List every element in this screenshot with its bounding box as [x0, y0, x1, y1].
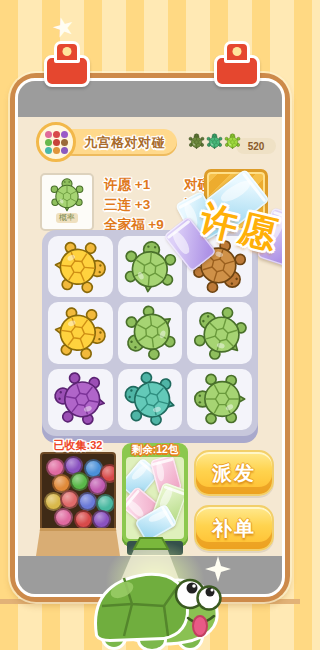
- score-value: 520: [248, 141, 265, 152]
- rule-wish: 许愿 +1: [104, 176, 184, 196]
- mini-grid-icon: [36, 122, 76, 162]
- board-cell-r2c3[interactable]: [187, 302, 252, 363]
- grid-dot: [45, 131, 52, 138]
- avatar-turtle-lime: [224, 133, 241, 150]
- board-cell-r3c1[interactable]: [48, 369, 113, 430]
- distribute-button[interactable]: 派发: [194, 450, 274, 496]
- grid-dot: [45, 139, 52, 146]
- clipboard-clip-left: [44, 55, 90, 87]
- turtle-purple: [48, 367, 113, 432]
- grid-dot: [61, 131, 68, 138]
- clipboard-panel: 九宫格对对碰: [10, 73, 290, 602]
- probability-turtle-icon: [49, 177, 85, 213]
- box-opening: [40, 452, 116, 536]
- score-counter: 520: [236, 138, 276, 154]
- collected-turtle: [74, 510, 93, 529]
- grid-dot: [61, 147, 68, 154]
- grid-dot: [53, 147, 60, 154]
- gem: [134, 538, 168, 549]
- turtle-teal: [116, 365, 185, 434]
- turtle-yellow: [50, 236, 111, 297]
- collected-turtle: [92, 510, 111, 529]
- packs-tray[interactable]: 剩余:12包: [122, 443, 188, 547]
- turtle-green: [111, 294, 189, 372]
- probability-label: 概率: [56, 213, 78, 223]
- turtle-lime: [224, 133, 241, 150]
- collected-turtle: [54, 508, 73, 527]
- collected-turtle: [78, 492, 97, 511]
- board-cell-r2c1[interactable]: [48, 302, 113, 363]
- turtle-green: [192, 371, 248, 427]
- board-cell-r3c2[interactable]: [118, 369, 183, 430]
- sparkle-icon: [205, 556, 231, 582]
- title-pill: 九宫格对对碰: [60, 129, 177, 156]
- mascot-turtle[interactable]: [66, 536, 238, 650]
- grid-dot: [53, 139, 60, 146]
- turtle-olive: [188, 133, 205, 150]
- clipboard-clip-right: [214, 55, 260, 87]
- collected-count-label: 已收集:32: [38, 438, 118, 453]
- grid-dot: [45, 147, 52, 154]
- avatar-turtle-olive: [188, 133, 205, 150]
- grid-dot: [53, 131, 60, 138]
- probability-card[interactable]: 概率: [40, 173, 94, 231]
- rule-triple: 三连 +3: [104, 196, 184, 216]
- panel-content: 九宫格对对碰: [15, 78, 285, 597]
- page-title: 九宫格对对碰: [84, 135, 165, 150]
- board-cell-r3c3[interactable]: [187, 369, 252, 430]
- turtle-seagreen: [206, 133, 223, 150]
- mini-grid-dots: [45, 131, 68, 154]
- match-board: [42, 230, 258, 436]
- collected-turtle: [70, 472, 89, 491]
- board-cell-r1c1[interactable]: [48, 236, 113, 297]
- tray-packets: [126, 457, 184, 539]
- turtle-green: [49, 177, 85, 213]
- turtle-green: [180, 293, 259, 372]
- grid-dot: [61, 139, 68, 146]
- collected-turtle: [60, 490, 79, 509]
- packs-remaining-label: 剩余:12包: [122, 443, 188, 457]
- turtle-yellow: [49, 301, 112, 364]
- board-cell-r2c2[interactable]: [118, 302, 183, 363]
- game-title-badge: 九宫格对对碰: [36, 127, 177, 157]
- turtle-avatars: [188, 133, 241, 150]
- avatar-turtle-seagreen: [206, 133, 223, 150]
